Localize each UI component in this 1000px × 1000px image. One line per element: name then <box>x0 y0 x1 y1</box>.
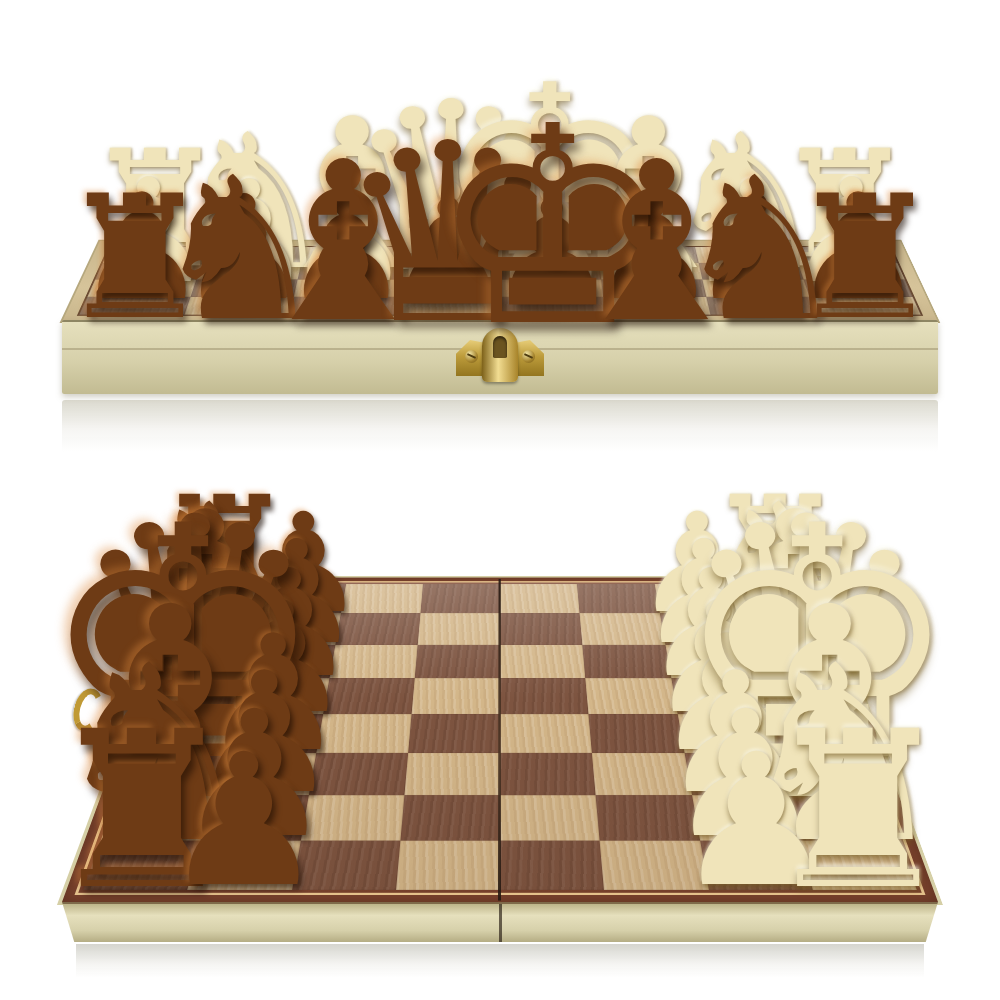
square <box>420 584 500 613</box>
square <box>103 247 208 263</box>
square <box>145 678 243 714</box>
square <box>196 263 301 280</box>
square <box>596 795 700 840</box>
square <box>224 714 323 753</box>
square <box>500 263 601 280</box>
fold-seam-edge <box>499 904 502 942</box>
square <box>500 753 596 795</box>
clasp-loop <box>482 328 518 382</box>
square <box>677 714 776 753</box>
square <box>187 840 300 889</box>
square <box>234 678 329 714</box>
square <box>592 753 691 795</box>
square <box>787 795 899 840</box>
closed-box-frame <box>62 241 938 322</box>
square <box>341 584 423 613</box>
square <box>671 678 766 714</box>
square <box>87 280 196 297</box>
brass-clasp <box>456 328 544 386</box>
open-board-front-side <box>62 902 938 942</box>
square <box>692 795 800 840</box>
table-reflection <box>62 400 938 452</box>
square <box>583 645 671 679</box>
square <box>202 247 305 263</box>
square <box>577 584 659 613</box>
square <box>804 280 913 297</box>
square <box>603 297 710 315</box>
square <box>699 263 804 280</box>
square <box>665 645 756 679</box>
open-chessboard <box>62 578 938 902</box>
square <box>184 297 293 315</box>
square <box>408 714 500 753</box>
closed-box-front-side <box>62 320 938 394</box>
square <box>308 753 407 795</box>
square <box>739 613 830 644</box>
square <box>335 613 420 644</box>
closed-box-pinstripe <box>77 246 923 316</box>
square <box>395 297 500 315</box>
square <box>404 753 500 795</box>
square <box>158 645 252 679</box>
square <box>684 753 787 795</box>
square <box>500 613 583 644</box>
square <box>417 613 500 644</box>
square <box>316 714 412 753</box>
square <box>401 247 500 263</box>
square <box>132 714 234 753</box>
square <box>702 280 809 297</box>
square <box>400 795 500 840</box>
square <box>252 613 340 644</box>
square <box>500 795 600 840</box>
square <box>292 840 401 889</box>
square <box>589 714 685 753</box>
square <box>766 714 868 753</box>
square <box>756 678 854 714</box>
square <box>659 613 747 644</box>
square <box>695 247 798 263</box>
square <box>294 280 399 297</box>
square <box>706 297 815 315</box>
square <box>101 795 213 840</box>
square <box>500 645 585 679</box>
square <box>323 678 415 714</box>
square <box>600 840 709 889</box>
square <box>601 280 706 297</box>
square <box>290 297 397 315</box>
square <box>95 263 202 280</box>
square <box>799 840 916 889</box>
square <box>117 753 224 795</box>
square <box>793 247 898 263</box>
square <box>399 263 500 280</box>
square <box>191 280 298 297</box>
square <box>748 645 842 679</box>
square <box>181 584 268 613</box>
square <box>500 840 604 889</box>
square <box>500 714 592 753</box>
square <box>598 247 699 263</box>
screw-icon <box>522 350 535 363</box>
square <box>599 263 702 280</box>
table-reflection <box>76 944 924 978</box>
square <box>500 678 589 714</box>
square <box>396 840 500 889</box>
square <box>731 584 818 613</box>
square <box>301 247 402 263</box>
square <box>415 645 500 679</box>
square <box>500 297 605 315</box>
square <box>411 678 500 714</box>
square <box>700 840 813 889</box>
square <box>500 584 580 613</box>
square <box>585 678 677 714</box>
square <box>500 247 599 263</box>
square <box>79 297 190 315</box>
square <box>83 840 200 889</box>
closed-box-lid <box>62 241 938 322</box>
square <box>329 645 417 679</box>
square <box>201 795 309 840</box>
square <box>170 613 261 644</box>
open-board-frame <box>62 578 938 902</box>
square <box>244 645 335 679</box>
square <box>798 263 905 280</box>
square <box>654 584 739 613</box>
screw-icon <box>465 350 478 363</box>
product-photo: ♜♞♝♛♚♝♞♜♟♟♟♟♟♟♟♟♟♟♟♟♟♟♟♟♜♞♝♛♚♝♞♜ ♜♟♟♜♞♟♟… <box>0 0 1000 1000</box>
square <box>776 753 883 795</box>
square <box>397 280 500 297</box>
brass-latch-loop-icon <box>69 685 107 734</box>
square <box>500 280 603 297</box>
square <box>261 584 346 613</box>
square <box>300 795 404 840</box>
square <box>580 613 665 644</box>
fold-seam <box>498 579 501 901</box>
square <box>298 263 401 280</box>
square <box>809 297 920 315</box>
square <box>213 753 316 795</box>
closed-box-checkerboard <box>79 247 920 315</box>
